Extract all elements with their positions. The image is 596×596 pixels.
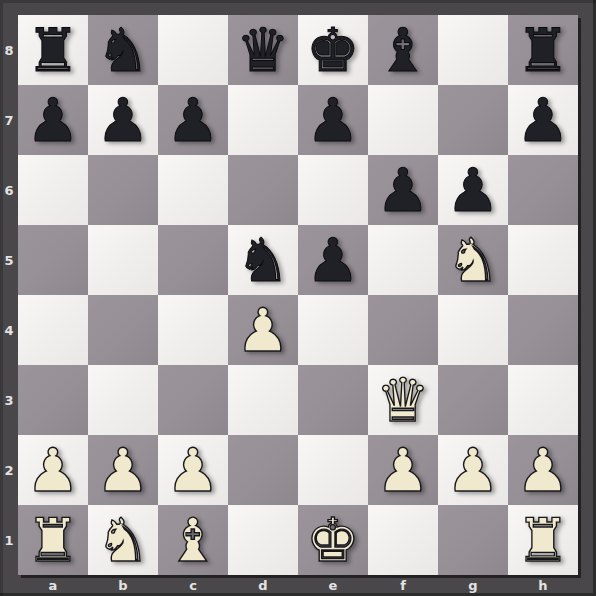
- square-e7[interactable]: ♟: [298, 85, 368, 155]
- square-a5[interactable]: [18, 225, 88, 295]
- square-c6[interactable]: [158, 155, 228, 225]
- square-c7[interactable]: ♟: [158, 85, 228, 155]
- file-label-b: b: [88, 575, 158, 596]
- square-a6[interactable]: [18, 155, 88, 225]
- rank-labels: 87654321: [0, 15, 18, 575]
- file-label-c: c: [158, 575, 228, 596]
- square-e5[interactable]: ♟: [298, 225, 368, 295]
- piece-black-rook[interactable]: ♜: [18, 15, 88, 85]
- piece-white-king[interactable]: ♚: [298, 505, 368, 575]
- piece-black-knight[interactable]: ♞: [88, 15, 158, 85]
- piece-white-knight[interactable]: ♞: [438, 225, 508, 295]
- rank-label-4: 4: [0, 295, 18, 365]
- square-h3[interactable]: [508, 365, 578, 435]
- piece-black-pawn[interactable]: ♟: [18, 85, 88, 155]
- piece-black-pawn[interactable]: ♟: [158, 85, 228, 155]
- file-label-d: d: [228, 575, 298, 596]
- square-b5[interactable]: [88, 225, 158, 295]
- square-g2[interactable]: ♟: [438, 435, 508, 505]
- square-e4[interactable]: [298, 295, 368, 365]
- file-label-e: e: [298, 575, 368, 596]
- piece-black-pawn[interactable]: ♟: [88, 85, 158, 155]
- piece-white-rook[interactable]: ♜: [508, 505, 578, 575]
- square-h4[interactable]: [508, 295, 578, 365]
- rank-label-1: 1: [0, 505, 18, 575]
- rank-label-6: 6: [0, 155, 18, 225]
- piece-black-rook[interactable]: ♜: [508, 15, 578, 85]
- piece-black-knight[interactable]: ♞: [228, 225, 298, 295]
- square-g5[interactable]: ♞: [438, 225, 508, 295]
- square-a2[interactable]: ♟: [18, 435, 88, 505]
- square-a8[interactable]: ♜: [18, 15, 88, 85]
- chessboard-frame: ♜♞♛♚♝♜♟♟♟♟♟♟♟♞♟♞♟♛♟♟♟♟♟♟♜♞♝♚♜ 87654321 a…: [0, 0, 596, 596]
- square-a1[interactable]: ♜: [18, 505, 88, 575]
- square-d7[interactable]: [228, 85, 298, 155]
- square-a7[interactable]: ♟: [18, 85, 88, 155]
- square-g4[interactable]: [438, 295, 508, 365]
- square-a3[interactable]: [18, 365, 88, 435]
- piece-white-queen[interactable]: ♛: [368, 365, 438, 435]
- piece-white-pawn[interactable]: ♟: [18, 435, 88, 505]
- piece-black-pawn[interactable]: ♟: [508, 85, 578, 155]
- square-f5[interactable]: [368, 225, 438, 295]
- piece-white-pawn[interactable]: ♟: [158, 435, 228, 505]
- square-b7[interactable]: ♟: [88, 85, 158, 155]
- square-b1[interactable]: ♞: [88, 505, 158, 575]
- square-e6[interactable]: [298, 155, 368, 225]
- file-label-g: g: [438, 575, 508, 596]
- piece-black-pawn[interactable]: ♟: [438, 155, 508, 225]
- square-h5[interactable]: [508, 225, 578, 295]
- file-labels: abcdefgh: [18, 575, 578, 596]
- square-c3[interactable]: [158, 365, 228, 435]
- square-f2[interactable]: ♟: [368, 435, 438, 505]
- piece-black-pawn[interactable]: ♟: [298, 85, 368, 155]
- square-g6[interactable]: ♟: [438, 155, 508, 225]
- square-h7[interactable]: ♟: [508, 85, 578, 155]
- square-f4[interactable]: [368, 295, 438, 365]
- piece-black-king[interactable]: ♚: [298, 15, 368, 85]
- square-h8[interactable]: ♜: [508, 15, 578, 85]
- square-b4[interactable]: [88, 295, 158, 365]
- piece-white-knight[interactable]: ♞: [88, 505, 158, 575]
- square-d6[interactable]: [228, 155, 298, 225]
- piece-white-pawn[interactable]: ♟: [438, 435, 508, 505]
- square-d5[interactable]: ♞: [228, 225, 298, 295]
- rank-label-3: 3: [0, 365, 18, 435]
- chessboard: ♜♞♛♚♝♜♟♟♟♟♟♟♟♞♟♞♟♛♟♟♟♟♟♟♜♞♝♚♜: [18, 15, 578, 575]
- rank-label-8: 8: [0, 15, 18, 85]
- square-c1[interactable]: ♝: [158, 505, 228, 575]
- piece-white-pawn[interactable]: ♟: [88, 435, 158, 505]
- square-c2[interactable]: ♟: [158, 435, 228, 505]
- rank-label-2: 2: [0, 435, 18, 505]
- piece-white-bishop[interactable]: ♝: [158, 505, 228, 575]
- square-e2[interactable]: [298, 435, 368, 505]
- square-g3[interactable]: [438, 365, 508, 435]
- square-b6[interactable]: [88, 155, 158, 225]
- square-c4[interactable]: [158, 295, 228, 365]
- square-f6[interactable]: ♟: [368, 155, 438, 225]
- rank-label-5: 5: [0, 225, 18, 295]
- piece-black-pawn[interactable]: ♟: [298, 225, 368, 295]
- square-d2[interactable]: [228, 435, 298, 505]
- piece-white-pawn[interactable]: ♟: [508, 435, 578, 505]
- square-c5[interactable]: [158, 225, 228, 295]
- square-d3[interactable]: [228, 365, 298, 435]
- square-e8[interactable]: ♚: [298, 15, 368, 85]
- file-label-a: a: [18, 575, 88, 596]
- square-e3[interactable]: [298, 365, 368, 435]
- square-d1[interactable]: [228, 505, 298, 575]
- square-g1[interactable]: [438, 505, 508, 575]
- piece-black-queen[interactable]: ♛: [228, 15, 298, 85]
- square-b8[interactable]: ♞: [88, 15, 158, 85]
- square-d8[interactable]: ♛: [228, 15, 298, 85]
- square-e1[interactable]: ♚: [298, 505, 368, 575]
- square-g7[interactable]: [438, 85, 508, 155]
- square-c8[interactable]: [158, 15, 228, 85]
- square-g8[interactable]: [438, 15, 508, 85]
- square-h6[interactable]: [508, 155, 578, 225]
- square-b2[interactable]: ♟: [88, 435, 158, 505]
- square-h2[interactable]: ♟: [508, 435, 578, 505]
- square-d4[interactable]: ♟: [228, 295, 298, 365]
- square-f7[interactable]: [368, 85, 438, 155]
- square-b3[interactable]: [88, 365, 158, 435]
- square-f1[interactable]: [368, 505, 438, 575]
- square-f3[interactable]: ♛: [368, 365, 438, 435]
- piece-black-pawn[interactable]: ♟: [368, 155, 438, 225]
- rank-label-7: 7: [0, 85, 18, 155]
- file-label-h: h: [508, 575, 578, 596]
- square-f8[interactable]: ♝: [368, 15, 438, 85]
- square-h1[interactable]: ♜: [508, 505, 578, 575]
- piece-black-bishop[interactable]: ♝: [368, 15, 438, 85]
- square-a4[interactable]: [18, 295, 88, 365]
- file-label-f: f: [368, 575, 438, 596]
- piece-white-pawn[interactable]: ♟: [228, 295, 298, 365]
- piece-white-pawn[interactable]: ♟: [368, 435, 438, 505]
- piece-white-rook[interactable]: ♜: [18, 505, 88, 575]
